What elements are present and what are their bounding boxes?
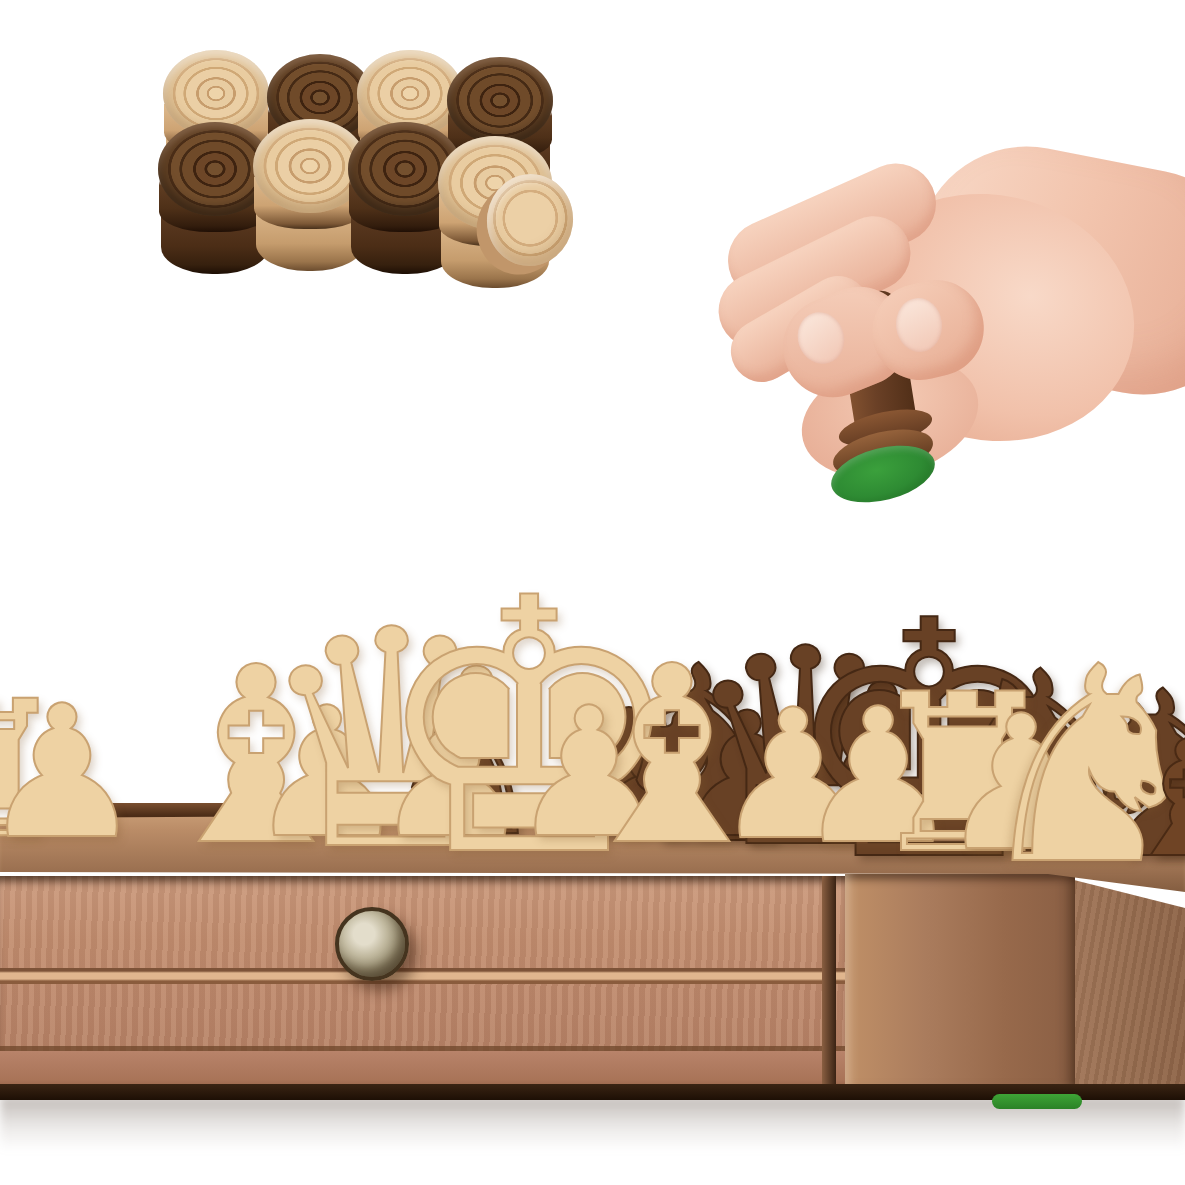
chess-pieces-row: ♜♟♝♟♛♞♟♚♟♟♟♝♞♟♛♟♟♚♜♟♞♞♞♝: [0, 0, 1185, 1185]
light-pawn: ♟: [0, 681, 144, 864]
dark-bishop: ♝: [1116, 720, 1185, 880]
chess-set-product-photo: ♜♟♝♟♛♞♟♚♟♟♟♝♞♟♛♟♟♚♜♟♞♞♞♝: [0, 0, 1185, 1185]
